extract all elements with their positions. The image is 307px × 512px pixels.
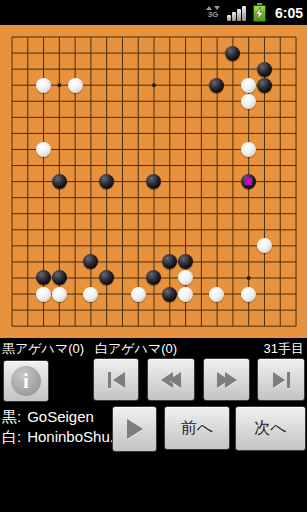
stone-white <box>68 78 83 93</box>
stone-black <box>162 254 177 269</box>
stone-white <box>36 142 51 157</box>
stone-black <box>52 270 67 285</box>
goban-grid <box>4 29 304 334</box>
stone-white <box>209 287 224 302</box>
stone-white <box>83 287 98 302</box>
stone-black <box>257 78 272 93</box>
play-icon <box>127 419 143 439</box>
lightning-bolt-icon <box>255 7 264 20</box>
stone-black <box>241 174 256 189</box>
network-type-label: 3G <box>208 11 219 19</box>
capture-info-bar: 黒アゲハマ(0) 白アゲハマ(0) 31手目 <box>0 338 307 358</box>
stone-black <box>99 174 114 189</box>
stone-white <box>257 238 272 253</box>
white-player-line: 白:HoninboShu... <box>2 428 112 447</box>
black-player-name: GoSeigen <box>27 408 94 425</box>
stone-black <box>146 270 161 285</box>
skip-to-start-button[interactable] <box>93 358 139 401</box>
rewind-button[interactable] <box>147 358 195 401</box>
stone-black <box>162 287 177 302</box>
stone-black <box>209 78 224 93</box>
stone-white <box>178 287 193 302</box>
stone-white <box>241 287 256 302</box>
black-captures-label: 黒アゲハマ(0) <box>2 340 84 358</box>
rewind-icon <box>161 372 181 388</box>
stone-white <box>131 287 146 302</box>
stone-white <box>241 94 256 109</box>
info-icon: i <box>11 366 41 396</box>
fast-forward-button[interactable] <box>203 358 250 401</box>
battery-charging-icon <box>253 3 266 23</box>
app-screen: 3G 6:05 黒アゲハマ(0) 白アゲハマ(0) 31手目 i <box>0 0 307 512</box>
stone-black <box>178 254 193 269</box>
stone-white <box>241 78 256 93</box>
stone-white <box>178 270 193 285</box>
white-player-name: HoninboShu... <box>27 428 112 445</box>
stone-white <box>36 287 51 302</box>
last-move-marker <box>245 178 252 185</box>
white-player-label: 白: <box>2 428 21 445</box>
clock: 6:05 <box>275 5 303 21</box>
stone-black <box>52 174 67 189</box>
skip-to-end-icon <box>273 372 290 388</box>
skip-to-end-button[interactable] <box>257 358 305 401</box>
previous-move-button[interactable]: 前へ <box>164 406 230 450</box>
next-move-button[interactable]: 次へ <box>235 406 306 451</box>
stone-black <box>99 270 114 285</box>
stone-white <box>241 142 256 157</box>
stone-black <box>36 270 51 285</box>
status-bar: 3G 6:05 <box>0 0 307 25</box>
white-captures-label: 白アゲハマ(0) <box>95 340 177 358</box>
stone-black <box>83 254 98 269</box>
go-board[interactable] <box>0 25 307 338</box>
info-button[interactable]: i <box>3 360 49 402</box>
move-number-label: 31手目 <box>264 340 304 358</box>
stone-black <box>146 174 161 189</box>
black-player-label: 黒: <box>2 408 21 425</box>
black-player-line: 黒:GoSeigen <box>2 408 94 427</box>
play-button[interactable] <box>112 406 157 452</box>
skip-to-start-icon <box>108 372 125 388</box>
fast-forward-icon <box>217 372 237 388</box>
signal-strength-icon <box>227 5 246 21</box>
stone-black <box>257 62 272 77</box>
stone-white <box>52 287 67 302</box>
network-3g-icon: 3G <box>206 6 220 19</box>
stone-white <box>36 78 51 93</box>
stone-black <box>225 46 240 61</box>
